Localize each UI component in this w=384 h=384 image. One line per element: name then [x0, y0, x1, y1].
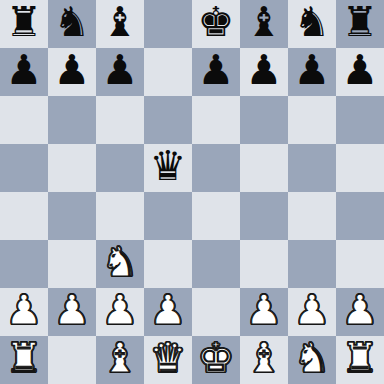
black-pawn-piece: ♟: [54, 48, 91, 94]
square-a1[interactable]: ♜: [0, 336, 48, 384]
square-b1[interactable]: [48, 336, 96, 384]
square-f1[interactable]: ♝: [240, 336, 288, 384]
square-e6[interactable]: [192, 96, 240, 144]
white-king-piece: ♚: [198, 336, 235, 382]
square-c6[interactable]: [96, 96, 144, 144]
black-pawn-piece: ♟: [294, 48, 331, 94]
square-h1[interactable]: ♜: [336, 336, 384, 384]
black-pawn-piece: ♟: [102, 48, 139, 94]
square-g1[interactable]: ♞: [288, 336, 336, 384]
square-f6[interactable]: [240, 96, 288, 144]
square-g8[interactable]: ♞: [288, 0, 336, 48]
square-h3[interactable]: [336, 240, 384, 288]
black-pawn-piece: ♟: [246, 48, 283, 94]
square-e3[interactable]: [192, 240, 240, 288]
square-c4[interactable]: [96, 192, 144, 240]
square-g5[interactable]: [288, 144, 336, 192]
square-a2[interactable]: ♟: [0, 288, 48, 336]
square-f5[interactable]: [240, 144, 288, 192]
square-e4[interactable]: [192, 192, 240, 240]
square-d3[interactable]: [144, 240, 192, 288]
square-d5[interactable]: ♛: [144, 144, 192, 192]
square-c2[interactable]: ♟: [96, 288, 144, 336]
square-c3[interactable]: ♞: [96, 240, 144, 288]
square-e8[interactable]: ♚: [192, 0, 240, 48]
square-e5[interactable]: [192, 144, 240, 192]
square-a3[interactable]: [0, 240, 48, 288]
square-h4[interactable]: [336, 192, 384, 240]
black-rook-piece: ♜: [6, 0, 43, 46]
square-g6[interactable]: [288, 96, 336, 144]
black-bishop-piece: ♝: [102, 0, 139, 46]
square-d6[interactable]: [144, 96, 192, 144]
square-h8[interactable]: ♜: [336, 0, 384, 48]
white-bishop-piece: ♝: [246, 336, 283, 382]
square-h6[interactable]: [336, 96, 384, 144]
square-d4[interactable]: [144, 192, 192, 240]
square-a4[interactable]: [0, 192, 48, 240]
black-pawn-piece: ♟: [198, 48, 235, 94]
white-queen-piece: ♛: [150, 336, 187, 382]
square-d7[interactable]: [144, 48, 192, 96]
square-c7[interactable]: ♟: [96, 48, 144, 96]
square-f8[interactable]: ♝: [240, 0, 288, 48]
square-f3[interactable]: [240, 240, 288, 288]
white-pawn-piece: ♟: [102, 288, 139, 334]
square-f2[interactable]: ♟: [240, 288, 288, 336]
square-b6[interactable]: [48, 96, 96, 144]
square-a7[interactable]: ♟: [0, 48, 48, 96]
chess-board: ♜♞♝♚♝♞♜♟♟♟♟♟♟♟♛♞♟♟♟♟♟♟♟♜♝♛♚♝♞♜: [0, 0, 384, 384]
square-g3[interactable]: [288, 240, 336, 288]
white-pawn-piece: ♟: [294, 288, 331, 334]
black-bishop-piece: ♝: [246, 0, 283, 46]
square-e2[interactable]: [192, 288, 240, 336]
square-e1[interactable]: ♚: [192, 336, 240, 384]
square-d8[interactable]: [144, 0, 192, 48]
square-b4[interactable]: [48, 192, 96, 240]
square-b8[interactable]: ♞: [48, 0, 96, 48]
square-e7[interactable]: ♟: [192, 48, 240, 96]
square-a5[interactable]: [0, 144, 48, 192]
square-b3[interactable]: [48, 240, 96, 288]
square-c1[interactable]: ♝: [96, 336, 144, 384]
square-g7[interactable]: ♟: [288, 48, 336, 96]
white-rook-piece: ♜: [6, 336, 43, 382]
square-h2[interactable]: ♟: [336, 288, 384, 336]
square-f7[interactable]: ♟: [240, 48, 288, 96]
white-bishop-piece: ♝: [102, 336, 139, 382]
square-f4[interactable]: [240, 192, 288, 240]
white-rook-piece: ♜: [342, 336, 379, 382]
square-d1[interactable]: ♛: [144, 336, 192, 384]
black-pawn-piece: ♟: [342, 48, 379, 94]
white-knight-piece: ♞: [294, 336, 331, 382]
square-b5[interactable]: [48, 144, 96, 192]
square-a6[interactable]: [0, 96, 48, 144]
black-pawn-piece: ♟: [6, 48, 43, 94]
square-a8[interactable]: ♜: [0, 0, 48, 48]
white-pawn-piece: ♟: [150, 288, 187, 334]
white-pawn-piece: ♟: [246, 288, 283, 334]
square-b7[interactable]: ♟: [48, 48, 96, 96]
square-h5[interactable]: [336, 144, 384, 192]
square-d2[interactable]: ♟: [144, 288, 192, 336]
white-pawn-piece: ♟: [54, 288, 91, 334]
square-c8[interactable]: ♝: [96, 0, 144, 48]
white-pawn-piece: ♟: [6, 288, 43, 334]
black-king-piece: ♚: [198, 0, 235, 46]
black-rook-piece: ♜: [342, 0, 379, 46]
square-c5[interactable]: [96, 144, 144, 192]
square-g2[interactable]: ♟: [288, 288, 336, 336]
square-g4[interactable]: [288, 192, 336, 240]
square-h7[interactable]: ♟: [336, 48, 384, 96]
square-b2[interactable]: ♟: [48, 288, 96, 336]
white-knight-piece: ♞: [102, 240, 139, 286]
white-pawn-piece: ♟: [342, 288, 379, 334]
black-queen-piece: ♛: [150, 144, 187, 190]
black-knight-piece: ♞: [294, 0, 331, 46]
black-knight-piece: ♞: [54, 0, 91, 46]
